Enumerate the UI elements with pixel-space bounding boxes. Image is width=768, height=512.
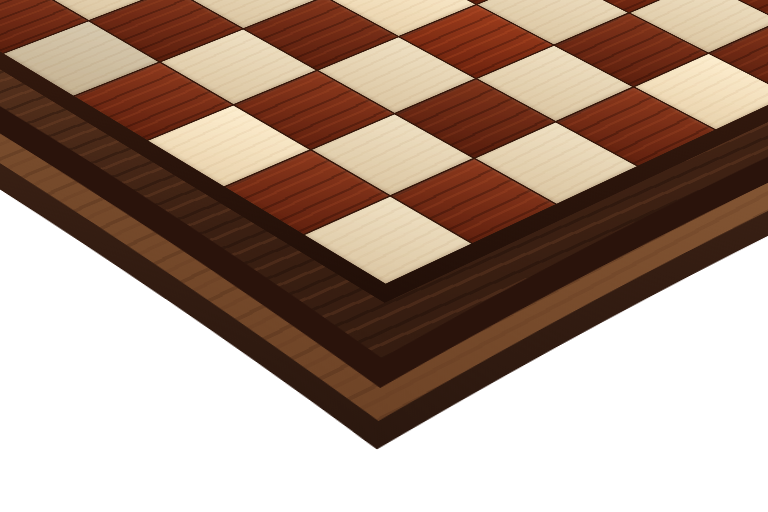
chess-board	[0, 0, 768, 455]
product-photo-scene	[0, 0, 768, 512]
